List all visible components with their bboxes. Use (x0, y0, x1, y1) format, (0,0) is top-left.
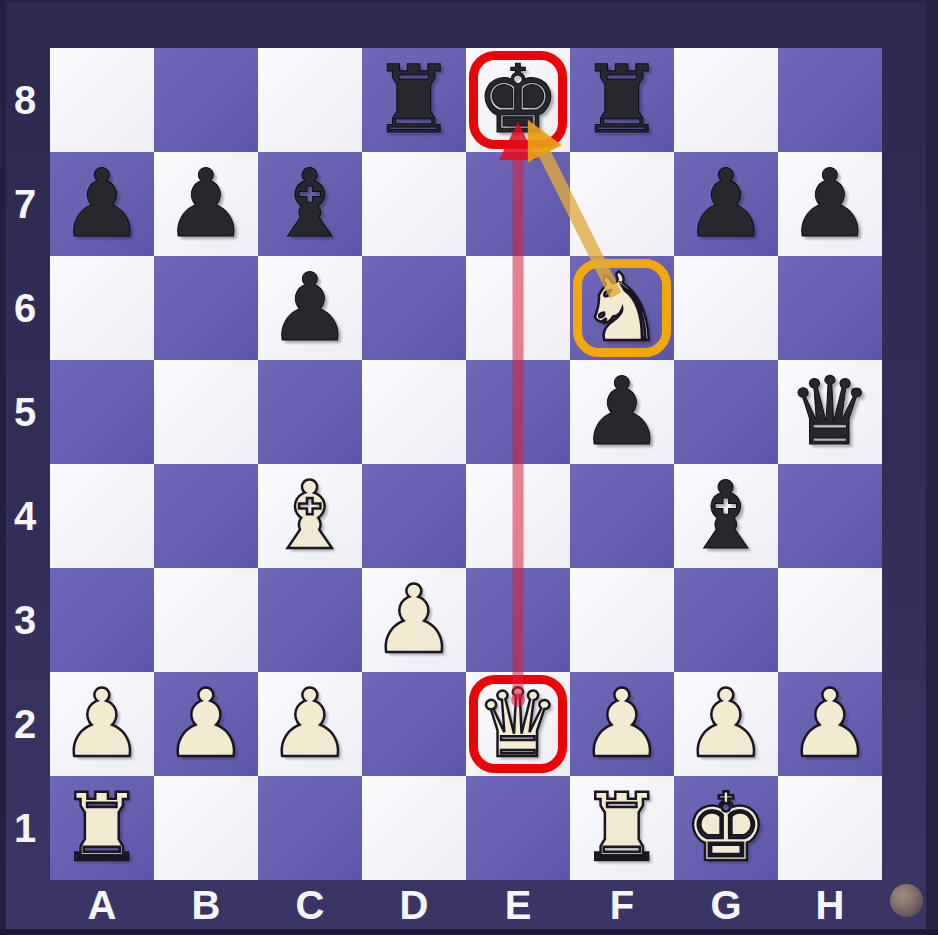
square-c6[interactable]: ♟ (258, 256, 362, 360)
black-rook-f8[interactable]: ♜ (570, 48, 674, 152)
square-f6[interactable]: ♞ (570, 256, 674, 360)
square-g7[interactable]: ♟ (674, 152, 778, 256)
rank-label-5: 5 (0, 360, 50, 464)
black-bishop-g4[interactable]: ♝ (674, 464, 778, 568)
square-f3[interactable] (570, 568, 674, 672)
square-f4[interactable] (570, 464, 674, 568)
black-pawn-g7[interactable]: ♟ (674, 152, 778, 256)
file-label-B: B (154, 880, 258, 930)
square-e4[interactable] (466, 464, 570, 568)
square-c4[interactable]: ♝ (258, 464, 362, 568)
square-h3[interactable] (778, 568, 882, 672)
file-label-A: A (50, 880, 154, 930)
black-bishop-c7[interactable]: ♝ (258, 152, 362, 256)
square-d2[interactable] (362, 672, 466, 776)
square-b7[interactable]: ♟ (154, 152, 258, 256)
square-c5[interactable] (258, 360, 362, 464)
black-queen-h5[interactable]: ♛ (778, 360, 882, 464)
square-c3[interactable] (258, 568, 362, 672)
square-h6[interactable] (778, 256, 882, 360)
file-coordinates: ABCDEFGH (50, 880, 882, 935)
square-d7[interactable] (362, 152, 466, 256)
square-b8[interactable] (154, 48, 258, 152)
file-label-H: H (778, 880, 882, 930)
square-d4[interactable] (362, 464, 466, 568)
chess-board-window: 87654321 ♜♚♜♟♟♝♟♟♟♞♟♛♝♝♟♟♟♟♛♟♟♟♜♜♚ ABCDE… (0, 0, 938, 935)
square-a3[interactable] (50, 568, 154, 672)
square-d6[interactable] (362, 256, 466, 360)
white-pawn-c2[interactable]: ♟ (258, 672, 362, 776)
square-a5[interactable] (50, 360, 154, 464)
square-h1[interactable] (778, 776, 882, 880)
square-b3[interactable] (154, 568, 258, 672)
black-rook-d8[interactable]: ♜ (362, 48, 466, 152)
file-label-F: F (570, 880, 674, 930)
rank-label-7: 7 (0, 152, 50, 256)
square-a2[interactable]: ♟ (50, 672, 154, 776)
square-h2[interactable]: ♟ (778, 672, 882, 776)
white-pawn-g2[interactable]: ♟ (674, 672, 778, 776)
square-g1[interactable]: ♚ (674, 776, 778, 880)
square-a8[interactable] (50, 48, 154, 152)
square-g5[interactable] (674, 360, 778, 464)
black-pawn-a7[interactable]: ♟ (50, 152, 154, 256)
white-knight-f6[interactable]: ♞ (570, 256, 674, 360)
square-d1[interactable] (362, 776, 466, 880)
square-f7[interactable] (570, 152, 674, 256)
white-pawn-h2[interactable]: ♟ (778, 672, 882, 776)
square-a1[interactable]: ♜ (50, 776, 154, 880)
square-h4[interactable] (778, 464, 882, 568)
black-pawn-f5[interactable]: ♟ (570, 360, 674, 464)
square-f2[interactable]: ♟ (570, 672, 674, 776)
white-king-g1[interactable]: ♚ (674, 776, 778, 880)
square-g2[interactable]: ♟ (674, 672, 778, 776)
rank-label-8: 8 (0, 48, 50, 152)
square-d3[interactable]: ♟ (362, 568, 466, 672)
square-c8[interactable] (258, 48, 362, 152)
square-g8[interactable] (674, 48, 778, 152)
square-c2[interactable]: ♟ (258, 672, 362, 776)
white-rook-a1[interactable]: ♜ (50, 776, 154, 880)
square-b2[interactable]: ♟ (154, 672, 258, 776)
white-queen-e2[interactable]: ♛ (466, 672, 570, 776)
white-rook-f1[interactable]: ♜ (570, 776, 674, 880)
square-d5[interactable] (362, 360, 466, 464)
frame-bevel-top (0, 0, 938, 3)
white-pawn-d3[interactable]: ♟ (362, 568, 466, 672)
black-pawn-b7[interactable]: ♟ (154, 152, 258, 256)
file-label-E: E (466, 880, 570, 930)
square-c1[interactable] (258, 776, 362, 880)
square-d8[interactable]: ♜ (362, 48, 466, 152)
square-e6[interactable] (466, 256, 570, 360)
rank-label-2: 2 (0, 672, 50, 776)
file-label-C: C (258, 880, 362, 930)
square-g6[interactable] (674, 256, 778, 360)
square-e8[interactable]: ♚ (466, 48, 570, 152)
black-pawn-c6[interactable]: ♟ (258, 256, 362, 360)
white-bishop-c4[interactable]: ♝ (258, 464, 362, 568)
square-g4[interactable]: ♝ (674, 464, 778, 568)
square-h5[interactable]: ♛ (778, 360, 882, 464)
frame-bevel-right (926, 0, 938, 935)
chess-board[interactable]: ♜♚♜♟♟♝♟♟♟♞♟♛♝♝♟♟♟♟♛♟♟♟♜♜♚ (50, 48, 882, 880)
square-e7[interactable] (466, 152, 570, 256)
square-a4[interactable] (50, 464, 154, 568)
square-e1[interactable] (466, 776, 570, 880)
rank-label-4: 4 (0, 464, 50, 568)
corner-sphere-decoration (890, 884, 923, 917)
square-b6[interactable] (154, 256, 258, 360)
white-pawn-b2[interactable]: ♟ (154, 672, 258, 776)
square-b5[interactable] (154, 360, 258, 464)
black-king-e8[interactable]: ♚ (466, 48, 570, 152)
rank-coordinates: 87654321 (0, 48, 50, 880)
rank-label-6: 6 (0, 256, 50, 360)
rank-label-3: 3 (0, 568, 50, 672)
square-e2[interactable]: ♛ (466, 672, 570, 776)
rank-label-1: 1 (0, 776, 50, 880)
square-c7[interactable]: ♝ (258, 152, 362, 256)
file-label-D: D (362, 880, 466, 930)
file-label-G: G (674, 880, 778, 930)
white-pawn-f2[interactable]: ♟ (570, 672, 674, 776)
square-h8[interactable] (778, 48, 882, 152)
square-f5[interactable]: ♟ (570, 360, 674, 464)
black-pawn-h7[interactable]: ♟ (778, 152, 882, 256)
square-a7[interactable]: ♟ (50, 152, 154, 256)
square-f8[interactable]: ♜ (570, 48, 674, 152)
white-pawn-a2[interactable]: ♟ (50, 672, 154, 776)
square-h7[interactable]: ♟ (778, 152, 882, 256)
square-e5[interactable] (466, 360, 570, 464)
square-f1[interactable]: ♜ (570, 776, 674, 880)
square-b1[interactable] (154, 776, 258, 880)
square-b4[interactable] (154, 464, 258, 568)
square-g3[interactable] (674, 568, 778, 672)
square-e3[interactable] (466, 568, 570, 672)
square-a6[interactable] (50, 256, 154, 360)
